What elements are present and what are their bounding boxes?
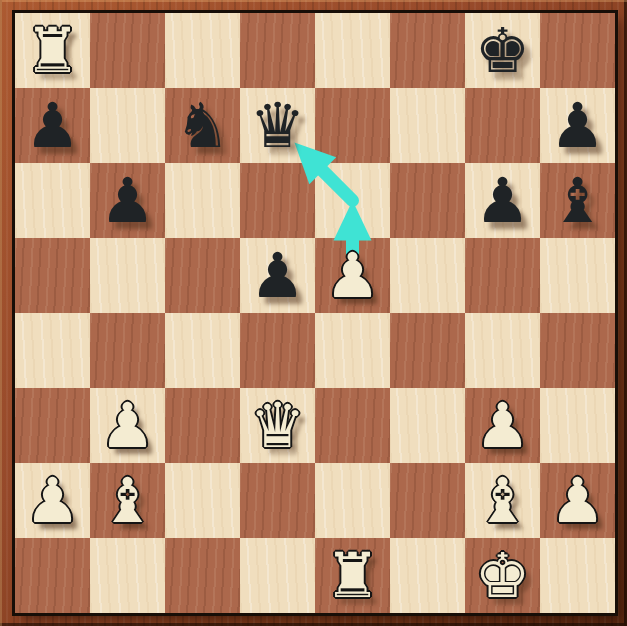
white-pawn-b3[interactable]: ♟	[90, 388, 165, 463]
white-queen-d3[interactable]: ♛	[240, 388, 315, 463]
white-pawn-g3[interactable]: ♟	[465, 388, 540, 463]
chess-app: ♜♚♟♞♛♟♟♟♝♟♟♟♛♟♟♝♝♟♜♚	[0, 0, 627, 626]
white-bishop-b2[interactable]: ♝	[90, 463, 165, 538]
white-pawn-e5[interactable]: ♟	[315, 238, 390, 313]
black-knight-c7[interactable]: ♞	[165, 88, 240, 163]
black-king-g8[interactable]: ♚	[465, 13, 540, 88]
black-bishop-h6[interactable]: ♝	[540, 163, 615, 238]
chess-board: ♜♚♟♞♛♟♟♟♝♟♟♟♛♟♟♝♝♟♜♚	[15, 13, 615, 613]
black-pawn-a7[interactable]: ♟	[15, 88, 90, 163]
white-rook-a8[interactable]: ♜	[15, 13, 90, 88]
white-bishop-g2[interactable]: ♝	[465, 463, 540, 538]
piece-layer: ♜♚♟♞♛♟♟♟♝♟♟♟♛♟♟♝♝♟♜♚	[15, 13, 615, 613]
black-pawn-d5[interactable]: ♟	[240, 238, 315, 313]
black-pawn-g6[interactable]: ♟	[465, 163, 540, 238]
white-king-g1[interactable]: ♚	[465, 538, 540, 613]
black-pawn-h7[interactable]: ♟	[540, 88, 615, 163]
black-pawn-b6[interactable]: ♟	[90, 163, 165, 238]
white-rook-e1[interactable]: ♜	[315, 538, 390, 613]
white-pawn-a2[interactable]: ♟	[15, 463, 90, 538]
black-queen-d7[interactable]: ♛	[240, 88, 315, 163]
white-pawn-h2[interactable]: ♟	[540, 463, 615, 538]
